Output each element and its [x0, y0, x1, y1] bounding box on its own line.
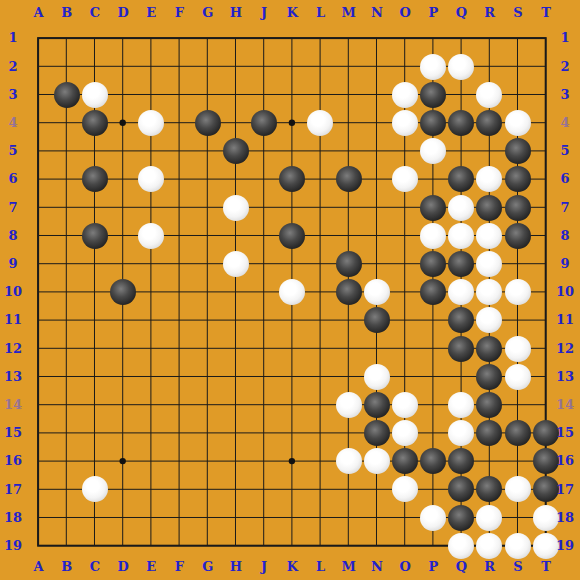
- intersection-M7[interactable]: [334, 194, 362, 222]
- intersection-O1[interactable]: [391, 24, 419, 52]
- intersection-P18[interactable]: [419, 504, 447, 532]
- intersection-F14[interactable]: [165, 391, 193, 419]
- intersection-H6[interactable]: [222, 165, 250, 193]
- intersection-A13[interactable]: [24, 363, 52, 391]
- intersection-R18[interactable]: [475, 504, 503, 532]
- intersection-N15[interactable]: [363, 419, 391, 447]
- intersection-H3[interactable]: [222, 81, 250, 109]
- intersection-R6[interactable]: [475, 165, 503, 193]
- intersection-H17[interactable]: [222, 475, 250, 503]
- intersection-O13[interactable]: [391, 363, 419, 391]
- intersection-E10[interactable]: [137, 278, 165, 306]
- intersection-J19[interactable]: [250, 532, 278, 560]
- intersection-Q17[interactable]: [447, 475, 475, 503]
- intersection-M18[interactable]: [334, 504, 362, 532]
- intersection-L17[interactable]: [306, 475, 334, 503]
- intersection-R10[interactable]: [475, 278, 503, 306]
- intersection-Q19[interactable]: [447, 532, 475, 560]
- intersection-B6[interactable]: [53, 165, 81, 193]
- intersection-M15[interactable]: [334, 419, 362, 447]
- intersection-N17[interactable]: [363, 475, 391, 503]
- intersection-H4[interactable]: [222, 109, 250, 137]
- intersection-B11[interactable]: [53, 306, 81, 334]
- intersection-L2[interactable]: [306, 53, 334, 81]
- intersection-J2[interactable]: [250, 53, 278, 81]
- intersection-E16[interactable]: [137, 447, 165, 475]
- intersection-L14[interactable]: [306, 391, 334, 419]
- intersection-R13[interactable]: [475, 363, 503, 391]
- intersection-J13[interactable]: [250, 363, 278, 391]
- intersection-R9[interactable]: [475, 250, 503, 278]
- intersection-B7[interactable]: [53, 194, 81, 222]
- intersection-Q10[interactable]: [447, 278, 475, 306]
- intersection-N18[interactable]: [363, 504, 391, 532]
- intersection-E15[interactable]: [137, 419, 165, 447]
- intersection-C13[interactable]: [81, 363, 109, 391]
- intersection-R5[interactable]: [475, 137, 503, 165]
- intersection-F1[interactable]: [165, 24, 193, 52]
- intersection-F4[interactable]: [165, 109, 193, 137]
- intersection-P17[interactable]: [419, 475, 447, 503]
- intersection-R7[interactable]: [475, 194, 503, 222]
- intersection-K1[interactable]: [278, 24, 306, 52]
- intersection-K18[interactable]: [278, 504, 306, 532]
- intersection-G15[interactable]: [194, 419, 222, 447]
- intersection-F12[interactable]: [165, 334, 193, 362]
- intersection-C18[interactable]: [81, 504, 109, 532]
- intersection-G14[interactable]: [194, 391, 222, 419]
- intersection-P1[interactable]: [419, 24, 447, 52]
- intersection-J7[interactable]: [250, 194, 278, 222]
- intersection-N9[interactable]: [363, 250, 391, 278]
- intersection-R11[interactable]: [475, 306, 503, 334]
- intersection-D9[interactable]: [109, 250, 137, 278]
- intersection-S9[interactable]: [504, 250, 532, 278]
- intersection-L9[interactable]: [306, 250, 334, 278]
- intersection-O2[interactable]: [391, 53, 419, 81]
- intersection-F16[interactable]: [165, 447, 193, 475]
- intersection-L16[interactable]: [306, 447, 334, 475]
- intersection-A1[interactable]: [24, 24, 52, 52]
- intersection-C6[interactable]: [81, 165, 109, 193]
- intersection-K10[interactable]: [278, 278, 306, 306]
- intersection-D3[interactable]: [109, 81, 137, 109]
- intersection-H9[interactable]: [222, 250, 250, 278]
- intersection-S18[interactable]: [504, 504, 532, 532]
- intersection-Q7[interactable]: [447, 194, 475, 222]
- intersection-S4[interactable]: [504, 109, 532, 137]
- intersection-K4[interactable]: [278, 109, 306, 137]
- intersection-G8[interactable]: [194, 222, 222, 250]
- intersection-G16[interactable]: [194, 447, 222, 475]
- intersection-E1[interactable]: [137, 24, 165, 52]
- intersection-R2[interactable]: [475, 53, 503, 81]
- intersection-B16[interactable]: [53, 447, 81, 475]
- intersection-P7[interactable]: [419, 194, 447, 222]
- intersection-G19[interactable]: [194, 532, 222, 560]
- intersection-O4[interactable]: [391, 109, 419, 137]
- intersection-J9[interactable]: [250, 250, 278, 278]
- intersection-D17[interactable]: [109, 475, 137, 503]
- intersection-O14[interactable]: [391, 391, 419, 419]
- intersection-H19[interactable]: [222, 532, 250, 560]
- intersection-M10[interactable]: [334, 278, 362, 306]
- intersection-M11[interactable]: [334, 306, 362, 334]
- intersection-F2[interactable]: [165, 53, 193, 81]
- intersection-L12[interactable]: [306, 334, 334, 362]
- intersection-L5[interactable]: [306, 137, 334, 165]
- intersection-N5[interactable]: [363, 137, 391, 165]
- intersection-Q15[interactable]: [447, 419, 475, 447]
- intersection-E19[interactable]: [137, 532, 165, 560]
- intersection-Q1[interactable]: [447, 24, 475, 52]
- intersection-O11[interactable]: [391, 306, 419, 334]
- intersection-C4[interactable]: [81, 109, 109, 137]
- intersection-B10[interactable]: [53, 278, 81, 306]
- intersection-Q14[interactable]: [447, 391, 475, 419]
- intersection-K5[interactable]: [278, 137, 306, 165]
- intersection-H11[interactable]: [222, 306, 250, 334]
- intersection-L15[interactable]: [306, 419, 334, 447]
- intersection-H12[interactable]: [222, 334, 250, 362]
- intersection-R8[interactable]: [475, 222, 503, 250]
- intersection-A7[interactable]: [24, 194, 52, 222]
- intersection-E11[interactable]: [137, 306, 165, 334]
- intersection-P14[interactable]: [419, 391, 447, 419]
- intersection-G17[interactable]: [194, 475, 222, 503]
- intersection-E4[interactable]: [137, 109, 165, 137]
- intersection-C14[interactable]: [81, 391, 109, 419]
- intersection-E3[interactable]: [137, 81, 165, 109]
- intersection-R4[interactable]: [475, 109, 503, 137]
- intersection-A16[interactable]: [24, 447, 52, 475]
- intersection-P9[interactable]: [419, 250, 447, 278]
- intersection-E7[interactable]: [137, 194, 165, 222]
- intersection-G7[interactable]: [194, 194, 222, 222]
- intersection-J8[interactable]: [250, 222, 278, 250]
- intersection-C11[interactable]: [81, 306, 109, 334]
- intersection-Q6[interactable]: [447, 165, 475, 193]
- intersection-P10[interactable]: [419, 278, 447, 306]
- intersection-L3[interactable]: [306, 81, 334, 109]
- intersection-H18[interactable]: [222, 504, 250, 532]
- intersection-C5[interactable]: [81, 137, 109, 165]
- intersection-N6[interactable]: [363, 165, 391, 193]
- intersection-L6[interactable]: [306, 165, 334, 193]
- intersection-C7[interactable]: [81, 194, 109, 222]
- intersection-K17[interactable]: [278, 475, 306, 503]
- intersection-S15[interactable]: [504, 419, 532, 447]
- intersection-M14[interactable]: [334, 391, 362, 419]
- intersection-S8[interactable]: [504, 222, 532, 250]
- intersection-J6[interactable]: [250, 165, 278, 193]
- intersection-C3[interactable]: [81, 81, 109, 109]
- intersection-D5[interactable]: [109, 137, 137, 165]
- intersection-B12[interactable]: [53, 334, 81, 362]
- intersection-S11[interactable]: [504, 306, 532, 334]
- intersection-P15[interactable]: [419, 419, 447, 447]
- intersection-L1[interactable]: [306, 24, 334, 52]
- intersection-O6[interactable]: [391, 165, 419, 193]
- intersection-M1[interactable]: [334, 24, 362, 52]
- intersection-R17[interactable]: [475, 475, 503, 503]
- intersection-P19[interactable]: [419, 532, 447, 560]
- intersection-A15[interactable]: [24, 419, 52, 447]
- intersection-C16[interactable]: [81, 447, 109, 475]
- intersection-H5[interactable]: [222, 137, 250, 165]
- intersection-K3[interactable]: [278, 81, 306, 109]
- intersection-Q4[interactable]: [447, 109, 475, 137]
- intersection-G2[interactable]: [194, 53, 222, 81]
- intersection-R14[interactable]: [475, 391, 503, 419]
- intersection-M17[interactable]: [334, 475, 362, 503]
- intersection-C2[interactable]: [81, 53, 109, 81]
- intersection-F18[interactable]: [165, 504, 193, 532]
- intersection-F17[interactable]: [165, 475, 193, 503]
- intersection-P3[interactable]: [419, 81, 447, 109]
- intersection-D19[interactable]: [109, 532, 137, 560]
- intersection-J18[interactable]: [250, 504, 278, 532]
- intersection-H2[interactable]: [222, 53, 250, 81]
- intersection-R1[interactable]: [475, 24, 503, 52]
- intersection-D1[interactable]: [109, 24, 137, 52]
- intersection-D16[interactable]: [109, 447, 137, 475]
- intersection-M4[interactable]: [334, 109, 362, 137]
- intersection-J14[interactable]: [250, 391, 278, 419]
- intersection-R12[interactable]: [475, 334, 503, 362]
- intersection-G4[interactable]: [194, 109, 222, 137]
- intersection-Q8[interactable]: [447, 222, 475, 250]
- intersection-B17[interactable]: [53, 475, 81, 503]
- intersection-H14[interactable]: [222, 391, 250, 419]
- intersection-S6[interactable]: [504, 165, 532, 193]
- intersection-N14[interactable]: [363, 391, 391, 419]
- intersection-D11[interactable]: [109, 306, 137, 334]
- intersection-P4[interactable]: [419, 109, 447, 137]
- intersection-O12[interactable]: [391, 334, 419, 362]
- intersection-H15[interactable]: [222, 419, 250, 447]
- intersection-B2[interactable]: [53, 53, 81, 81]
- intersection-E2[interactable]: [137, 53, 165, 81]
- intersection-D7[interactable]: [109, 194, 137, 222]
- intersection-N3[interactable]: [363, 81, 391, 109]
- intersection-A14[interactable]: [24, 391, 52, 419]
- intersection-M6[interactable]: [334, 165, 362, 193]
- intersection-P12[interactable]: [419, 334, 447, 362]
- intersection-L10[interactable]: [306, 278, 334, 306]
- intersection-P5[interactable]: [419, 137, 447, 165]
- intersection-D12[interactable]: [109, 334, 137, 362]
- intersection-B9[interactable]: [53, 250, 81, 278]
- intersection-J12[interactable]: [250, 334, 278, 362]
- intersection-S5[interactable]: [504, 137, 532, 165]
- intersection-A3[interactable]: [24, 81, 52, 109]
- intersection-B19[interactable]: [53, 532, 81, 560]
- intersection-O10[interactable]: [391, 278, 419, 306]
- intersection-L13[interactable]: [306, 363, 334, 391]
- intersection-D13[interactable]: [109, 363, 137, 391]
- intersection-N16[interactable]: [363, 447, 391, 475]
- intersection-R15[interactable]: [475, 419, 503, 447]
- intersection-F15[interactable]: [165, 419, 193, 447]
- intersection-L11[interactable]: [306, 306, 334, 334]
- intersection-J4[interactable]: [250, 109, 278, 137]
- intersection-E6[interactable]: [137, 165, 165, 193]
- intersection-E5[interactable]: [137, 137, 165, 165]
- intersection-G13[interactable]: [194, 363, 222, 391]
- intersection-G5[interactable]: [194, 137, 222, 165]
- intersection-B13[interactable]: [53, 363, 81, 391]
- intersection-M5[interactable]: [334, 137, 362, 165]
- intersection-D10[interactable]: [109, 278, 137, 306]
- intersection-Q5[interactable]: [447, 137, 475, 165]
- intersection-E14[interactable]: [137, 391, 165, 419]
- intersection-F7[interactable]: [165, 194, 193, 222]
- intersection-J17[interactable]: [250, 475, 278, 503]
- intersection-P11[interactable]: [419, 306, 447, 334]
- intersection-C8[interactable]: [81, 222, 109, 250]
- intersection-N12[interactable]: [363, 334, 391, 362]
- intersection-O8[interactable]: [391, 222, 419, 250]
- intersection-J10[interactable]: [250, 278, 278, 306]
- intersection-K2[interactable]: [278, 53, 306, 81]
- intersection-D8[interactable]: [109, 222, 137, 250]
- intersection-H8[interactable]: [222, 222, 250, 250]
- intersection-O7[interactable]: [391, 194, 419, 222]
- intersection-M2[interactable]: [334, 53, 362, 81]
- intersection-C10[interactable]: [81, 278, 109, 306]
- intersection-M3[interactable]: [334, 81, 362, 109]
- intersection-F3[interactable]: [165, 81, 193, 109]
- intersection-B4[interactable]: [53, 109, 81, 137]
- intersection-P13[interactable]: [419, 363, 447, 391]
- intersection-E13[interactable]: [137, 363, 165, 391]
- intersection-E18[interactable]: [137, 504, 165, 532]
- intersection-J3[interactable]: [250, 81, 278, 109]
- intersection-P8[interactable]: [419, 222, 447, 250]
- intersection-A9[interactable]: [24, 250, 52, 278]
- intersection-A8[interactable]: [24, 222, 52, 250]
- intersection-O16[interactable]: [391, 447, 419, 475]
- intersection-S3[interactable]: [504, 81, 532, 109]
- intersection-J5[interactable]: [250, 137, 278, 165]
- intersection-J11[interactable]: [250, 306, 278, 334]
- intersection-G12[interactable]: [194, 334, 222, 362]
- intersection-N11[interactable]: [363, 306, 391, 334]
- intersection-Q16[interactable]: [447, 447, 475, 475]
- intersection-G3[interactable]: [194, 81, 222, 109]
- intersection-K9[interactable]: [278, 250, 306, 278]
- intersection-N4[interactable]: [363, 109, 391, 137]
- intersection-Q12[interactable]: [447, 334, 475, 362]
- intersection-R19[interactable]: [475, 532, 503, 560]
- intersection-J15[interactable]: [250, 419, 278, 447]
- intersection-L19[interactable]: [306, 532, 334, 560]
- intersection-K12[interactable]: [278, 334, 306, 362]
- intersection-S16[interactable]: [504, 447, 532, 475]
- intersection-D2[interactable]: [109, 53, 137, 81]
- intersection-C1[interactable]: [81, 24, 109, 52]
- intersection-M12[interactable]: [334, 334, 362, 362]
- intersection-B15[interactable]: [53, 419, 81, 447]
- intersection-K16[interactable]: [278, 447, 306, 475]
- intersection-D18[interactable]: [109, 504, 137, 532]
- intersection-J16[interactable]: [250, 447, 278, 475]
- intersection-M16[interactable]: [334, 447, 362, 475]
- intersection-G1[interactable]: [194, 24, 222, 52]
- intersection-E17[interactable]: [137, 475, 165, 503]
- intersection-P6[interactable]: [419, 165, 447, 193]
- intersection-H16[interactable]: [222, 447, 250, 475]
- intersection-M19[interactable]: [334, 532, 362, 560]
- intersection-H7[interactable]: [222, 194, 250, 222]
- intersection-S19[interactable]: [504, 532, 532, 560]
- intersection-C9[interactable]: [81, 250, 109, 278]
- intersection-S7[interactable]: [504, 194, 532, 222]
- intersection-L18[interactable]: [306, 504, 334, 532]
- intersection-B3[interactable]: [53, 81, 81, 109]
- intersection-B8[interactable]: [53, 222, 81, 250]
- intersection-S1[interactable]: [504, 24, 532, 52]
- intersection-A19[interactable]: [24, 532, 52, 560]
- intersection-A12[interactable]: [24, 334, 52, 362]
- intersection-J1[interactable]: [250, 24, 278, 52]
- intersection-K13[interactable]: [278, 363, 306, 391]
- intersection-L4[interactable]: [306, 109, 334, 137]
- intersection-Q11[interactable]: [447, 306, 475, 334]
- intersection-N1[interactable]: [363, 24, 391, 52]
- intersection-P2[interactable]: [419, 53, 447, 81]
- intersection-D4[interactable]: [109, 109, 137, 137]
- intersection-N19[interactable]: [363, 532, 391, 560]
- intersection-O15[interactable]: [391, 419, 419, 447]
- intersection-R3[interactable]: [475, 81, 503, 109]
- intersection-F5[interactable]: [165, 137, 193, 165]
- intersection-G10[interactable]: [194, 278, 222, 306]
- intersection-M13[interactable]: [334, 363, 362, 391]
- intersection-Q18[interactable]: [447, 504, 475, 532]
- intersection-M9[interactable]: [334, 250, 362, 278]
- intersection-C12[interactable]: [81, 334, 109, 362]
- intersection-H1[interactable]: [222, 24, 250, 52]
- intersection-G6[interactable]: [194, 165, 222, 193]
- intersection-F10[interactable]: [165, 278, 193, 306]
- intersection-F9[interactable]: [165, 250, 193, 278]
- intersection-A10[interactable]: [24, 278, 52, 306]
- intersection-O9[interactable]: [391, 250, 419, 278]
- intersection-S2[interactable]: [504, 53, 532, 81]
- intersection-F13[interactable]: [165, 363, 193, 391]
- intersection-D14[interactable]: [109, 391, 137, 419]
- intersection-Q2[interactable]: [447, 53, 475, 81]
- intersection-K14[interactable]: [278, 391, 306, 419]
- intersection-F19[interactable]: [165, 532, 193, 560]
- intersection-S12[interactable]: [504, 334, 532, 362]
- intersection-E9[interactable]: [137, 250, 165, 278]
- intersection-A2[interactable]: [24, 53, 52, 81]
- intersection-N2[interactable]: [363, 53, 391, 81]
- intersection-A17[interactable]: [24, 475, 52, 503]
- intersection-K15[interactable]: [278, 419, 306, 447]
- intersection-K7[interactable]: [278, 194, 306, 222]
- intersection-N7[interactable]: [363, 194, 391, 222]
- intersection-A11[interactable]: [24, 306, 52, 334]
- intersection-B5[interactable]: [53, 137, 81, 165]
- intersection-Q3[interactable]: [447, 81, 475, 109]
- intersection-S17[interactable]: [504, 475, 532, 503]
- intersection-A5[interactable]: [24, 137, 52, 165]
- intersection-B1[interactable]: [53, 24, 81, 52]
